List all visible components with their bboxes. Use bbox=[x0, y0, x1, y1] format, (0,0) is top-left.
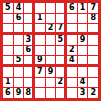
cell-r3c2[interactable] bbox=[14, 24, 24, 34]
given-digit: 9 bbox=[16, 89, 22, 97]
cell-r4c4[interactable] bbox=[35, 35, 45, 45]
cell-r3c1[interactable] bbox=[3, 24, 13, 34]
cell-r6c4[interactable]: 9 bbox=[35, 56, 45, 66]
cell-r1c7[interactable]: 6 bbox=[67, 3, 77, 13]
cell-r8c6[interactable]: 2 bbox=[56, 78, 66, 88]
cell-r4c3[interactable]: 3 bbox=[24, 35, 34, 45]
given-digit: 8 bbox=[25, 89, 31, 97]
cell-r6c6[interactable] bbox=[56, 56, 66, 66]
cell-r4c6[interactable]: 5 bbox=[56, 35, 66, 45]
given-digit: 5 bbox=[5, 4, 11, 12]
cell-r6c8[interactable] bbox=[78, 56, 88, 66]
cell-r1c5[interactable] bbox=[46, 3, 56, 13]
cell-r7c6[interactable] bbox=[56, 67, 66, 77]
cell-r4c8[interactable]: 9 bbox=[78, 35, 88, 45]
cell-r3c6[interactable]: 7 bbox=[56, 24, 66, 34]
given-digit: 1 bbox=[80, 4, 86, 12]
cell-r7c1[interactable] bbox=[3, 67, 13, 77]
cell-r7c9[interactable] bbox=[88, 67, 98, 77]
given-digit: 7 bbox=[90, 4, 96, 12]
cell-r2c4[interactable]: 1 bbox=[35, 14, 45, 24]
cell-r3c4[interactable] bbox=[35, 24, 45, 34]
cell-r2c8[interactable] bbox=[78, 14, 88, 24]
cell-r9c3[interactable]: 8 bbox=[24, 88, 34, 98]
cell-r8c4[interactable] bbox=[35, 78, 45, 88]
given-digit: 6 bbox=[5, 89, 11, 97]
given-digit: 2 bbox=[90, 89, 96, 97]
cell-r1c9[interactable]: 7 bbox=[88, 3, 98, 13]
cell-r2c1[interactable] bbox=[3, 14, 13, 24]
cell-r5c4[interactable] bbox=[35, 46, 45, 56]
given-digit: 4 bbox=[69, 56, 75, 64]
given-digit: 7 bbox=[37, 68, 43, 76]
cell-r6c7[interactable]: 4 bbox=[67, 56, 77, 66]
given-digit: 7 bbox=[57, 24, 63, 32]
given-digit: 4 bbox=[16, 4, 22, 12]
cell-r9c7[interactable] bbox=[67, 88, 77, 98]
cell-r4c5[interactable] bbox=[46, 35, 56, 45]
cell-r8c1[interactable]: 1 bbox=[3, 78, 13, 88]
given-digit: 3 bbox=[25, 36, 31, 44]
given-digit: 9 bbox=[37, 56, 43, 64]
cell-r7c4[interactable]: 7 bbox=[35, 67, 45, 77]
cell-r4c9[interactable] bbox=[88, 35, 98, 45]
cell-r3c3[interactable] bbox=[24, 24, 34, 34]
cell-r1c6[interactable] bbox=[56, 3, 66, 13]
cell-r3c8[interactable] bbox=[78, 24, 88, 34]
cell-r9c9[interactable]: 2 bbox=[88, 88, 98, 98]
given-digit: 6 bbox=[25, 46, 31, 54]
cell-r2c9[interactable]: 8 bbox=[88, 14, 98, 24]
cell-r8c2[interactable] bbox=[14, 78, 24, 88]
cell-r2c3[interactable] bbox=[24, 14, 34, 24]
cell-r3c5[interactable]: 2 bbox=[46, 24, 56, 34]
given-digit: 8 bbox=[90, 14, 96, 22]
given-digit: 2 bbox=[69, 46, 75, 54]
given-digit: 4 bbox=[80, 78, 86, 86]
given-digit: 2 bbox=[48, 24, 54, 32]
cell-r8c8[interactable]: 4 bbox=[78, 78, 88, 88]
cell-r9c2[interactable]: 9 bbox=[14, 88, 24, 98]
given-digit: 1 bbox=[37, 14, 43, 22]
cell-r5c9[interactable] bbox=[88, 46, 98, 56]
cell-r7c3[interactable] bbox=[24, 67, 34, 77]
cell-r8c5[interactable] bbox=[46, 78, 56, 88]
given-digit: 2 bbox=[57, 78, 63, 86]
cell-r6c2[interactable]: 5 bbox=[14, 56, 24, 66]
cell-r6c9[interactable] bbox=[88, 56, 98, 66]
cell-r7c7[interactable] bbox=[67, 67, 77, 77]
given-digit: 6 bbox=[69, 4, 75, 12]
cell-r4c7[interactable] bbox=[67, 35, 77, 45]
cell-r9c6[interactable] bbox=[56, 88, 66, 98]
cell-r9c5[interactable] bbox=[46, 88, 56, 98]
cell-r1c4[interactable] bbox=[35, 3, 45, 13]
cell-r5c2[interactable] bbox=[14, 46, 24, 56]
cell-r9c1[interactable]: 6 bbox=[3, 88, 13, 98]
cell-r3c7[interactable] bbox=[67, 24, 77, 34]
cell-r8c7[interactable] bbox=[67, 78, 77, 88]
cell-r7c2[interactable] bbox=[14, 67, 24, 77]
given-digit: 1 bbox=[5, 78, 11, 86]
cell-r7c8[interactable] bbox=[78, 67, 88, 77]
cell-r5c7[interactable]: 2 bbox=[67, 46, 77, 56]
cell-r5c8[interactable] bbox=[78, 46, 88, 56]
sudoku-puzzle: 5461761827359625947912469832 bbox=[0, 0, 101, 101]
cell-r8c3[interactable] bbox=[24, 78, 34, 88]
cell-r2c7[interactable] bbox=[67, 14, 77, 24]
cell-r2c6[interactable] bbox=[56, 14, 66, 24]
cell-r1c1[interactable]: 5 bbox=[3, 3, 13, 13]
cell-r6c3[interactable] bbox=[24, 56, 34, 66]
given-digit: 5 bbox=[16, 56, 22, 64]
sudoku-board: 5461761827359625947912469832 bbox=[0, 0, 101, 101]
cell-r5c5[interactable] bbox=[46, 46, 56, 56]
cell-r2c2[interactable]: 6 bbox=[14, 14, 24, 24]
cell-r5c3[interactable]: 6 bbox=[24, 46, 34, 56]
given-digit: 9 bbox=[80, 36, 86, 44]
given-digit: 5 bbox=[57, 36, 63, 44]
given-digit: 6 bbox=[16, 14, 22, 22]
cell-r1c3[interactable] bbox=[24, 3, 34, 13]
cell-r4c2[interactable] bbox=[14, 35, 24, 45]
given-digit: 9 bbox=[48, 68, 54, 76]
cell-r5c1[interactable] bbox=[3, 46, 13, 56]
cell-r6c1[interactable] bbox=[3, 56, 13, 66]
cell-r7c5[interactable]: 9 bbox=[46, 67, 56, 77]
given-digit: 3 bbox=[80, 89, 86, 97]
cell-r6c5[interactable] bbox=[46, 56, 56, 66]
cell-r4c1[interactable] bbox=[3, 35, 13, 45]
cell-r3c9[interactable] bbox=[88, 24, 98, 34]
cell-r5c6[interactable] bbox=[56, 46, 66, 56]
cell-r9c8[interactable]: 3 bbox=[78, 88, 88, 98]
cell-r1c2[interactable]: 4 bbox=[14, 3, 24, 13]
cell-r9c4[interactable] bbox=[35, 88, 45, 98]
cell-r8c9[interactable] bbox=[88, 78, 98, 88]
cell-r1c8[interactable]: 1 bbox=[78, 3, 88, 13]
cell-r2c5[interactable] bbox=[46, 14, 56, 24]
